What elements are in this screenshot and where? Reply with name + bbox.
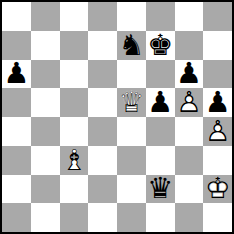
- square-b2[interactable]: [31, 175, 60, 204]
- black-king-piece[interactable]: ♚: [146, 31, 175, 60]
- square-d2[interactable]: [88, 175, 117, 204]
- square-c2[interactable]: [60, 175, 89, 204]
- square-d3[interactable]: [88, 146, 117, 175]
- piece-outline-layer: ♔: [203, 175, 232, 204]
- square-e2[interactable]: [117, 175, 146, 204]
- white-king-piece[interactable]: ♚♔: [203, 175, 232, 204]
- black-pawn-piece[interactable]: ♟: [146, 88, 175, 117]
- black-pawn-piece[interactable]: ♟: [2, 60, 31, 89]
- piece-solid-layer: ♟: [175, 60, 204, 89]
- square-g2[interactable]: [175, 175, 204, 204]
- square-d7[interactable]: [88, 31, 117, 60]
- square-c1[interactable]: [60, 203, 89, 232]
- square-g8[interactable]: [175, 2, 204, 31]
- white-pawn-piece[interactable]: ♟♙: [203, 117, 232, 146]
- black-pawn-piece[interactable]: ♟: [175, 60, 204, 89]
- square-h4[interactable]: ♟♙: [203, 117, 232, 146]
- piece-solid-layer: ♟: [146, 88, 175, 117]
- square-f2[interactable]: ♛: [146, 175, 175, 204]
- square-d1[interactable]: [88, 203, 117, 232]
- square-b7[interactable]: [31, 31, 60, 60]
- square-h2[interactable]: ♚♔: [203, 175, 232, 204]
- square-a4[interactable]: [2, 117, 31, 146]
- square-c4[interactable]: [60, 117, 89, 146]
- square-a1[interactable]: [2, 203, 31, 232]
- square-h7[interactable]: [203, 31, 232, 60]
- square-e5[interactable]: ♛♕: [117, 88, 146, 117]
- white-bishop-piece[interactable]: ♝♗: [60, 146, 89, 175]
- square-e8[interactable]: [117, 2, 146, 31]
- square-b6[interactable]: [31, 60, 60, 89]
- square-f7[interactable]: ♚: [146, 31, 175, 60]
- black-pawn-piece[interactable]: ♟: [203, 88, 232, 117]
- square-f8[interactable]: [146, 2, 175, 31]
- square-f4[interactable]: [146, 117, 175, 146]
- square-c5[interactable]: [60, 88, 89, 117]
- square-b3[interactable]: [31, 146, 60, 175]
- square-d4[interactable]: [88, 117, 117, 146]
- square-g5[interactable]: ♟♙: [175, 88, 204, 117]
- square-g3[interactable]: [175, 146, 204, 175]
- piece-solid-layer: ♞: [117, 31, 146, 60]
- square-c7[interactable]: [60, 31, 89, 60]
- piece-outline-layer: ♙: [175, 88, 204, 117]
- square-d5[interactable]: [88, 88, 117, 117]
- square-f1[interactable]: [146, 203, 175, 232]
- square-e6[interactable]: [117, 60, 146, 89]
- square-d8[interactable]: [88, 2, 117, 31]
- square-h1[interactable]: [203, 203, 232, 232]
- square-g6[interactable]: ♟: [175, 60, 204, 89]
- piece-solid-layer: ♛: [146, 175, 175, 204]
- square-f5[interactable]: ♟: [146, 88, 175, 117]
- square-e4[interactable]: [117, 117, 146, 146]
- square-c6[interactable]: [60, 60, 89, 89]
- white-pawn-piece[interactable]: ♟♙: [175, 88, 204, 117]
- square-e7[interactable]: ♞: [117, 31, 146, 60]
- piece-outline-layer: ♙: [203, 117, 232, 146]
- piece-outline-layer: ♗: [60, 146, 89, 175]
- square-e3[interactable]: [117, 146, 146, 175]
- square-e1[interactable]: [117, 203, 146, 232]
- square-b4[interactable]: [31, 117, 60, 146]
- black-queen-piece[interactable]: ♛: [146, 175, 175, 204]
- square-g7[interactable]: [175, 31, 204, 60]
- piece-solid-layer: ♟: [2, 60, 31, 89]
- square-f6[interactable]: [146, 60, 175, 89]
- black-knight-piece[interactable]: ♞: [117, 31, 146, 60]
- piece-solid-layer: ♚: [146, 31, 175, 60]
- square-h8[interactable]: [203, 2, 232, 31]
- square-b5[interactable]: [31, 88, 60, 117]
- square-h6[interactable]: [203, 60, 232, 89]
- square-a8[interactable]: [2, 2, 31, 31]
- piece-solid-layer: ♟: [203, 88, 232, 117]
- square-h5[interactable]: ♟: [203, 88, 232, 117]
- square-a3[interactable]: [2, 146, 31, 175]
- square-g4[interactable]: [175, 117, 204, 146]
- white-queen-piece[interactable]: ♛♕: [117, 88, 146, 117]
- square-c3[interactable]: ♝♗: [60, 146, 89, 175]
- chess-board: ♞♚♟♟♛♕♟♟♙♟♟♙♝♗♛♚♔: [0, 0, 234, 234]
- square-a2[interactable]: [2, 175, 31, 204]
- square-c8[interactable]: [60, 2, 89, 31]
- square-b1[interactable]: [31, 203, 60, 232]
- square-f3[interactable]: [146, 146, 175, 175]
- square-b8[interactable]: [31, 2, 60, 31]
- square-h3[interactable]: [203, 146, 232, 175]
- piece-outline-layer: ♕: [117, 88, 146, 117]
- square-d6[interactable]: [88, 60, 117, 89]
- square-a6[interactable]: ♟: [2, 60, 31, 89]
- square-g1[interactable]: [175, 203, 204, 232]
- square-a7[interactable]: [2, 31, 31, 60]
- square-a5[interactable]: [2, 88, 31, 117]
